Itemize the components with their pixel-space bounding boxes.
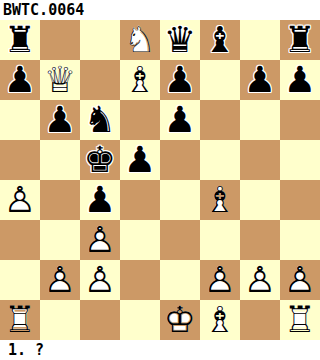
- black-pawn-a7: ♟: [0, 60, 40, 100]
- black-pawn-b6: ♟: [40, 100, 80, 140]
- square-h5[interactable]: [280, 140, 320, 180]
- square-f6[interactable]: [200, 100, 240, 140]
- square-a6[interactable]: [0, 100, 40, 140]
- square-a4[interactable]: ♟♙: [0, 180, 40, 220]
- white-pawn-g2: ♟♙: [240, 260, 280, 300]
- chess-board: ♜♞♘♛♝♜♟♛♕♝♗♟♟♟♟♞♟♚♟♟♙♟♝♗♟♙♟♙♟♙♟♙♟♙♟♙♜♖♚♔…: [0, 20, 320, 340]
- black-pawn-e7: ♟: [160, 60, 200, 100]
- square-e2[interactable]: [160, 260, 200, 300]
- square-f1[interactable]: ♝♗: [200, 300, 240, 340]
- square-d8[interactable]: ♞♘: [120, 20, 160, 60]
- square-e7[interactable]: ♟: [160, 60, 200, 100]
- white-pawn-a4: ♟♙: [0, 180, 40, 220]
- white-pawn-f2: ♟♙: [200, 260, 240, 300]
- square-h7[interactable]: ♟: [280, 60, 320, 100]
- black-rook-h8: ♜: [280, 20, 320, 60]
- square-a8[interactable]: ♜: [0, 20, 40, 60]
- white-rook-a1: ♜♖: [0, 300, 40, 340]
- black-bishop-f8: ♝: [200, 20, 240, 60]
- black-pawn-g7: ♟: [240, 60, 280, 100]
- white-pawn-c2: ♟♙: [80, 260, 120, 300]
- white-bishop-f1: ♝♗: [200, 300, 240, 340]
- square-e3[interactable]: [160, 220, 200, 260]
- square-g8[interactable]: [240, 20, 280, 60]
- black-king-c5: ♚: [80, 140, 120, 180]
- square-b1[interactable]: [40, 300, 80, 340]
- square-e1[interactable]: ♚♔: [160, 300, 200, 340]
- square-b7[interactable]: ♛♕: [40, 60, 80, 100]
- square-h1[interactable]: ♜♖: [280, 300, 320, 340]
- square-d5[interactable]: ♟: [120, 140, 160, 180]
- square-h4[interactable]: [280, 180, 320, 220]
- black-pawn-c4: ♟: [80, 180, 120, 220]
- black-pawn-h7: ♟: [280, 60, 320, 100]
- square-c4[interactable]: ♟: [80, 180, 120, 220]
- square-d7[interactable]: ♝♗: [120, 60, 160, 100]
- white-queen-b7: ♛♕: [40, 60, 80, 100]
- square-c5[interactable]: ♚: [80, 140, 120, 180]
- square-b6[interactable]: ♟: [40, 100, 80, 140]
- square-c1[interactable]: [80, 300, 120, 340]
- square-c7[interactable]: [80, 60, 120, 100]
- square-h8[interactable]: ♜: [280, 20, 320, 60]
- square-f7[interactable]: [200, 60, 240, 100]
- square-e6[interactable]: ♟: [160, 100, 200, 140]
- square-c3[interactable]: ♟♙: [80, 220, 120, 260]
- square-g4[interactable]: [240, 180, 280, 220]
- square-e5[interactable]: [160, 140, 200, 180]
- square-f8[interactable]: ♝: [200, 20, 240, 60]
- square-b4[interactable]: [40, 180, 80, 220]
- square-d3[interactable]: [120, 220, 160, 260]
- white-knight-d8: ♞♘: [120, 20, 160, 60]
- square-g3[interactable]: [240, 220, 280, 260]
- square-g5[interactable]: [240, 140, 280, 180]
- square-a1[interactable]: ♜♖: [0, 300, 40, 340]
- black-pawn-d5: ♟: [120, 140, 160, 180]
- square-g2[interactable]: ♟♙: [240, 260, 280, 300]
- square-g6[interactable]: [240, 100, 280, 140]
- square-a5[interactable]: [0, 140, 40, 180]
- square-d6[interactable]: [120, 100, 160, 140]
- square-g7[interactable]: ♟: [240, 60, 280, 100]
- square-d1[interactable]: [120, 300, 160, 340]
- black-queen-e8: ♛: [160, 20, 200, 60]
- square-g1[interactable]: [240, 300, 280, 340]
- square-f4[interactable]: ♝♗: [200, 180, 240, 220]
- white-pawn-b2: ♟♙: [40, 260, 80, 300]
- square-h3[interactable]: [280, 220, 320, 260]
- white-pawn-c3: ♟♙: [80, 220, 120, 260]
- white-bishop-d7: ♝♗: [120, 60, 160, 100]
- square-d2[interactable]: [120, 260, 160, 300]
- square-f3[interactable]: [200, 220, 240, 260]
- black-knight-c6: ♞: [80, 100, 120, 140]
- square-h2[interactable]: ♟♙: [280, 260, 320, 300]
- white-bishop-f4: ♝♗: [200, 180, 240, 220]
- square-c2[interactable]: ♟♙: [80, 260, 120, 300]
- square-f5[interactable]: [200, 140, 240, 180]
- square-e8[interactable]: ♛: [160, 20, 200, 60]
- black-pawn-e6: ♟: [160, 100, 200, 140]
- black-rook-a8: ♜: [0, 20, 40, 60]
- white-rook-h1: ♜♖: [280, 300, 320, 340]
- square-b5[interactable]: [40, 140, 80, 180]
- problem-title: BWTC.0064: [0, 0, 320, 20]
- square-d4[interactable]: [120, 180, 160, 220]
- square-c6[interactable]: ♞: [80, 100, 120, 140]
- square-a2[interactable]: [0, 260, 40, 300]
- square-h6[interactable]: [280, 100, 320, 140]
- white-king-e1: ♚♔: [160, 300, 200, 340]
- square-a7[interactable]: ♟: [0, 60, 40, 100]
- white-pawn-h2: ♟♙: [280, 260, 320, 300]
- square-b2[interactable]: ♟♙: [40, 260, 80, 300]
- square-a3[interactable]: [0, 220, 40, 260]
- move-prompt: 1. ?: [0, 340, 320, 360]
- square-e4[interactable]: [160, 180, 200, 220]
- square-b8[interactable]: [40, 20, 80, 60]
- square-b3[interactable]: [40, 220, 80, 260]
- square-f2[interactable]: ♟♙: [200, 260, 240, 300]
- square-c8[interactable]: [80, 20, 120, 60]
